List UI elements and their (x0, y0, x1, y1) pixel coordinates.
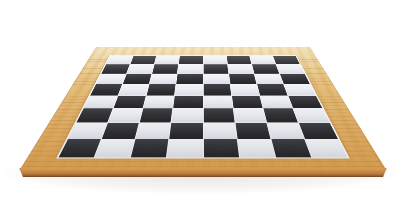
square-e3[interactable] (203, 109, 234, 123)
square-a7[interactable] (101, 64, 129, 73)
square-e1[interactable] (203, 139, 238, 157)
square-h4[interactable] (288, 96, 322, 108)
square-f4[interactable] (232, 96, 263, 108)
square-d3[interactable] (172, 109, 203, 123)
square-c3[interactable] (140, 109, 173, 123)
square-h7[interactable] (276, 64, 304, 73)
square-g7[interactable] (252, 64, 279, 73)
square-c4[interactable] (144, 96, 175, 108)
square-h6[interactable] (280, 74, 310, 84)
square-h8[interactable] (273, 56, 300, 64)
square-f1[interactable] (237, 139, 275, 157)
square-b4[interactable] (114, 96, 146, 108)
square-f3[interactable] (233, 109, 266, 123)
square-g2[interactable] (267, 123, 304, 139)
square-h3[interactable] (293, 109, 329, 123)
square-f6[interactable] (229, 74, 256, 84)
chessboard (19, 47, 387, 171)
square-c8[interactable] (155, 56, 180, 64)
square-c2[interactable] (136, 123, 171, 139)
square-g3[interactable] (263, 109, 298, 123)
square-d5[interactable] (175, 84, 203, 95)
square-a5[interactable] (90, 84, 122, 95)
square-h1[interactable] (305, 139, 347, 157)
square-e6[interactable] (203, 74, 229, 84)
square-d2[interactable] (170, 123, 203, 139)
square-e4[interactable] (203, 96, 232, 108)
square-b7[interactable] (127, 64, 154, 73)
square-b3[interactable] (108, 109, 143, 123)
square-g5[interactable] (257, 84, 287, 95)
square-g8[interactable] (250, 56, 276, 64)
square-g1[interactable] (271, 139, 311, 157)
square-e8[interactable] (203, 56, 227, 64)
square-b1[interactable] (95, 139, 135, 157)
board-squares (56, 55, 350, 158)
square-c6[interactable] (150, 74, 177, 84)
square-a6[interactable] (96, 74, 126, 84)
square-f7[interactable] (228, 64, 254, 73)
square-d4[interactable] (173, 96, 202, 108)
square-b2[interactable] (102, 123, 139, 139)
square-h5[interactable] (284, 84, 316, 95)
square-f2[interactable] (235, 123, 270, 139)
square-c5[interactable] (147, 84, 176, 95)
square-d7[interactable] (178, 64, 203, 73)
square-a8[interactable] (106, 56, 133, 64)
square-e2[interactable] (203, 123, 236, 139)
square-h2[interactable] (299, 123, 338, 139)
square-e5[interactable] (203, 84, 231, 95)
chessboard-scene (0, 0, 400, 217)
square-a2[interactable] (68, 123, 107, 139)
square-g6[interactable] (254, 74, 283, 84)
square-d1[interactable] (167, 139, 202, 157)
square-c1[interactable] (131, 139, 169, 157)
square-f5[interactable] (230, 84, 259, 95)
square-b8[interactable] (131, 56, 157, 64)
square-b6[interactable] (123, 74, 152, 84)
square-d8[interactable] (179, 56, 203, 64)
square-a3[interactable] (76, 109, 112, 123)
square-f8[interactable] (227, 56, 252, 64)
square-e7[interactable] (203, 64, 228, 73)
square-a4[interactable] (84, 96, 118, 108)
square-g4[interactable] (260, 96, 292, 108)
square-c7[interactable] (152, 64, 178, 73)
square-b5[interactable] (119, 84, 149, 95)
square-d6[interactable] (177, 74, 203, 84)
